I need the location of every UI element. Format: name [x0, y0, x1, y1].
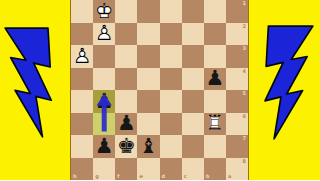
coord-file-f: f [117, 174, 119, 179]
square-g5[interactable]: ♟ [93, 90, 115, 113]
square-e4[interactable] [137, 68, 159, 91]
piece-outline: ♙ [71, 45, 93, 68]
square-g1[interactable]: ♚♔ [93, 0, 115, 23]
square-h2[interactable] [71, 23, 93, 46]
square-c4[interactable] [182, 68, 204, 91]
square-h5[interactable] [71, 90, 93, 113]
square-e3[interactable] [137, 45, 159, 68]
square-a2[interactable]: 2 [226, 23, 248, 46]
piece-black-pawn[interactable]: ♟ [93, 135, 115, 158]
piece-white-rook[interactable]: ♜♖ [204, 113, 226, 136]
square-c6[interactable] [182, 113, 204, 136]
square-a1[interactable]: 1 [226, 0, 248, 23]
coord-rank-5: 5 [243, 91, 246, 96]
square-f7[interactable]: ♚ [115, 135, 137, 158]
piece-black-pawn[interactable]: ♟ [204, 68, 226, 91]
lightning-bolt-right [257, 25, 314, 140]
square-h1[interactable] [71, 0, 93, 23]
coord-file-d: d [162, 174, 166, 179]
square-d8[interactable]: d [160, 158, 182, 181]
piece-black-pawn[interactable]: ♟ [115, 113, 137, 136]
square-f5[interactable] [115, 90, 137, 113]
coord-file-e: e [139, 174, 142, 179]
square-c5[interactable] [182, 90, 204, 113]
square-c1[interactable] [182, 0, 204, 23]
square-a3[interactable]: 3 [226, 45, 248, 68]
piece-glyph: ♟ [204, 68, 226, 91]
coord-rank-8: 8 [243, 159, 246, 164]
square-a4[interactable]: 4 [226, 68, 248, 91]
square-d7[interactable] [160, 135, 182, 158]
square-f2[interactable] [115, 23, 137, 46]
square-e2[interactable] [137, 23, 159, 46]
piece-black-bishop[interactable]: ♝ [137, 135, 159, 158]
square-c3[interactable] [182, 45, 204, 68]
lightning-bolt-left [4, 27, 59, 138]
coord-file-b: b [206, 174, 210, 179]
piece-black-pawn[interactable]: ♟ [93, 90, 115, 113]
piece-white-king[interactable]: ♚♔ [93, 0, 115, 23]
piece-outline: ♖ [204, 113, 226, 136]
square-e5[interactable] [137, 90, 159, 113]
square-g3[interactable] [93, 45, 115, 68]
piece-outline: ♔ [93, 0, 115, 23]
square-b8[interactable]: b [204, 158, 226, 181]
square-g4[interactable] [93, 68, 115, 91]
coord-file-h: h [73, 174, 77, 179]
square-h4[interactable] [71, 68, 93, 91]
coord-rank-6: 6 [243, 114, 246, 119]
square-b5[interactable] [204, 90, 226, 113]
piece-glyph: ♟ [115, 113, 137, 136]
square-b2[interactable] [204, 23, 226, 46]
square-c2[interactable] [182, 23, 204, 46]
square-f3[interactable] [115, 45, 137, 68]
coord-file-c: c [184, 174, 187, 179]
coord-rank-2: 2 [243, 24, 246, 29]
piece-glyph: ♟ [93, 135, 115, 158]
piece-black-king[interactable]: ♚ [115, 135, 137, 158]
square-b4[interactable]: ♟ [204, 68, 226, 91]
square-b7[interactable] [204, 135, 226, 158]
piece-glyph: ♟ [93, 90, 115, 113]
coord-file-a: a [228, 174, 231, 179]
square-d2[interactable] [160, 23, 182, 46]
square-e8[interactable]: e [137, 158, 159, 181]
square-h7[interactable] [71, 135, 93, 158]
square-b3[interactable] [204, 45, 226, 68]
piece-glyph: ♝ [137, 135, 159, 158]
square-f1[interactable] [115, 0, 137, 23]
thumbnail-stage: ♚♔1♟♙2♟♙3♟4♟5♟♜♖6♟♚♝7hgfedcb8a [0, 0, 320, 180]
square-d1[interactable] [160, 0, 182, 23]
square-d5[interactable] [160, 90, 182, 113]
square-h8[interactable]: h [71, 158, 93, 181]
square-d6[interactable] [160, 113, 182, 136]
square-b6[interactable]: ♜♖ [204, 113, 226, 136]
square-d3[interactable] [160, 45, 182, 68]
square-g8[interactable]: g [93, 158, 115, 181]
lightning-bolt-shape [265, 26, 313, 139]
square-h3[interactable]: ♟♙ [71, 45, 93, 68]
square-g7[interactable]: ♟ [93, 135, 115, 158]
coord-file-g: g [95, 174, 99, 179]
square-c8[interactable]: c [182, 158, 204, 181]
square-a8[interactable]: 8a [226, 158, 248, 181]
square-e7[interactable]: ♝ [137, 135, 159, 158]
square-g6[interactable] [93, 113, 115, 136]
square-b1[interactable] [204, 0, 226, 23]
coord-rank-4: 4 [243, 69, 246, 74]
piece-glyph: ♚ [115, 135, 137, 158]
square-g2[interactable]: ♟♙ [93, 23, 115, 46]
piece-white-pawn[interactable]: ♟♙ [71, 45, 93, 68]
square-a7[interactable]: 7 [226, 135, 248, 158]
coord-rank-1: 1 [243, 1, 246, 6]
piece-white-pawn[interactable]: ♟♙ [93, 23, 115, 46]
square-f8[interactable]: f [115, 158, 137, 181]
coord-rank-3: 3 [243, 46, 246, 51]
chessboard: ♚♔1♟♙2♟♙3♟4♟5♟♜♖6♟♚♝7hgfedcb8a [71, 0, 248, 180]
square-f6[interactable]: ♟ [115, 113, 137, 136]
square-e1[interactable] [137, 0, 159, 23]
square-f4[interactable] [115, 68, 137, 91]
square-e6[interactable] [137, 113, 159, 136]
lightning-bolt-shape [5, 28, 51, 137]
square-d4[interactable] [160, 68, 182, 91]
piece-outline: ♙ [93, 23, 115, 46]
coord-rank-7: 7 [243, 136, 246, 141]
square-h6[interactable] [71, 113, 93, 136]
square-c7[interactable] [182, 135, 204, 158]
square-a6[interactable]: 6 [226, 113, 248, 136]
square-a5[interactable]: 5 [226, 90, 248, 113]
